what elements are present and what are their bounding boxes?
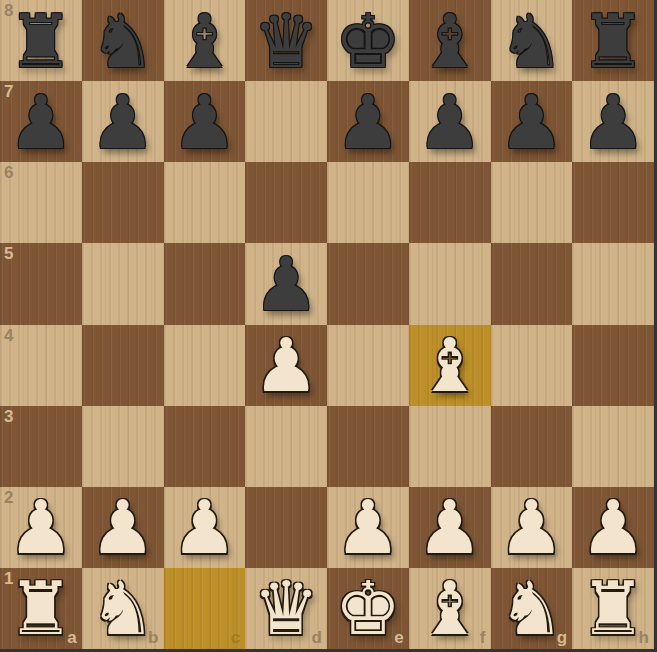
- piece-black-rook[interactable]: ♜: [8, 4, 74, 78]
- piece-black-pawn[interactable]: ♟: [253, 247, 319, 321]
- piece-black-queen[interactable]: ♛: [253, 4, 319, 78]
- square-e5[interactable]: [327, 243, 409, 324]
- piece-white-king[interactable]: ♚: [335, 571, 401, 645]
- piece-black-bishop[interactable]: ♝: [416, 4, 482, 78]
- square-f4[interactable]: ♝: [409, 325, 491, 406]
- piece-black-king[interactable]: ♚: [335, 4, 401, 78]
- piece-black-rook[interactable]: ♜: [580, 4, 646, 78]
- square-b2[interactable]: ♟: [82, 487, 164, 568]
- rank-label-3: 3: [4, 407, 13, 427]
- square-c7[interactable]: ♟: [164, 81, 246, 162]
- file-label-c: c: [231, 628, 240, 648]
- square-e4[interactable]: [327, 325, 409, 406]
- square-g1[interactable]: g♞: [491, 568, 573, 649]
- square-c8[interactable]: ♝: [164, 0, 246, 81]
- piece-black-pawn[interactable]: ♟: [416, 85, 482, 159]
- square-a1[interactable]: 1a♜: [0, 568, 82, 649]
- square-a6[interactable]: 6: [0, 162, 82, 243]
- piece-black-pawn[interactable]: ♟: [8, 85, 74, 159]
- square-h7[interactable]: ♟: [572, 81, 654, 162]
- square-c6[interactable]: [164, 162, 246, 243]
- square-g2[interactable]: ♟: [491, 487, 573, 568]
- piece-white-rook[interactable]: ♜: [580, 571, 646, 645]
- square-b4[interactable]: [82, 325, 164, 406]
- square-a3[interactable]: 3: [0, 406, 82, 487]
- square-c4[interactable]: [164, 325, 246, 406]
- square-g3[interactable]: [491, 406, 573, 487]
- square-b5[interactable]: [82, 243, 164, 324]
- rank-label-4: 4: [4, 326, 13, 346]
- square-e2[interactable]: ♟: [327, 487, 409, 568]
- square-d4[interactable]: ♟: [245, 325, 327, 406]
- square-b1[interactable]: b♞: [82, 568, 164, 649]
- square-a4[interactable]: 4: [0, 325, 82, 406]
- piece-white-pawn[interactable]: ♟: [89, 490, 155, 564]
- square-g6[interactable]: [491, 162, 573, 243]
- piece-white-pawn[interactable]: ♟: [335, 490, 401, 564]
- piece-black-pawn[interactable]: ♟: [89, 85, 155, 159]
- piece-black-pawn[interactable]: ♟: [171, 85, 237, 159]
- piece-white-bishop[interactable]: ♝: [416, 571, 482, 645]
- piece-black-pawn[interactable]: ♟: [498, 85, 564, 159]
- piece-white-knight[interactable]: ♞: [89, 571, 155, 645]
- piece-black-knight[interactable]: ♞: [89, 4, 155, 78]
- square-b7[interactable]: ♟: [82, 81, 164, 162]
- square-b3[interactable]: [82, 406, 164, 487]
- piece-white-pawn[interactable]: ♟: [171, 490, 237, 564]
- square-a7[interactable]: 7♟: [0, 81, 82, 162]
- square-f2[interactable]: ♟: [409, 487, 491, 568]
- rank-label-5: 5: [4, 244, 13, 264]
- square-a2[interactable]: 2♟: [0, 487, 82, 568]
- piece-black-knight[interactable]: ♞: [498, 4, 564, 78]
- piece-black-bishop[interactable]: ♝: [171, 4, 237, 78]
- square-a8[interactable]: 8♜: [0, 0, 82, 81]
- square-g8[interactable]: ♞: [491, 0, 573, 81]
- square-g7[interactable]: ♟: [491, 81, 573, 162]
- piece-white-pawn[interactable]: ♟: [8, 490, 74, 564]
- square-c2[interactable]: ♟: [164, 487, 246, 568]
- square-f6[interactable]: [409, 162, 491, 243]
- rank-label-6: 6: [4, 163, 13, 183]
- piece-white-rook[interactable]: ♜: [8, 571, 74, 645]
- square-d3[interactable]: [245, 406, 327, 487]
- square-d7[interactable]: [245, 81, 327, 162]
- piece-black-pawn[interactable]: ♟: [335, 85, 401, 159]
- square-e7[interactable]: ♟: [327, 81, 409, 162]
- square-h3[interactable]: [572, 406, 654, 487]
- square-e1[interactable]: e♚: [327, 568, 409, 649]
- piece-white-pawn[interactable]: ♟: [416, 490, 482, 564]
- square-h8[interactable]: ♜: [572, 0, 654, 81]
- square-h4[interactable]: [572, 325, 654, 406]
- square-c3[interactable]: [164, 406, 246, 487]
- square-d8[interactable]: ♛: [245, 0, 327, 81]
- piece-white-knight[interactable]: ♞: [498, 571, 564, 645]
- square-h6[interactable]: [572, 162, 654, 243]
- square-e8[interactable]: ♚: [327, 0, 409, 81]
- square-d6[interactable]: [245, 162, 327, 243]
- piece-white-pawn[interactable]: ♟: [580, 490, 646, 564]
- square-h2[interactable]: ♟: [572, 487, 654, 568]
- square-c1[interactable]: c: [164, 568, 246, 649]
- piece-white-bishop[interactable]: ♝: [416, 328, 482, 402]
- square-b8[interactable]: ♞: [82, 0, 164, 81]
- square-d2[interactable]: [245, 487, 327, 568]
- square-e3[interactable]: [327, 406, 409, 487]
- square-f8[interactable]: ♝: [409, 0, 491, 81]
- square-g5[interactable]: [491, 243, 573, 324]
- square-d5[interactable]: ♟: [245, 243, 327, 324]
- square-c5[interactable]: [164, 243, 246, 324]
- square-f3[interactable]: [409, 406, 491, 487]
- square-d1[interactable]: d♛: [245, 568, 327, 649]
- piece-white-queen[interactable]: ♛: [253, 571, 319, 645]
- chess-board: 8♜♞♝♛♚♝♞♜7♟♟♟♟♟♟♟65♟4♟♝32♟♟♟♟♟♟♟1a♜b♞cd♛…: [0, 0, 654, 649]
- square-f7[interactable]: ♟: [409, 81, 491, 162]
- square-h1[interactable]: h♜: [572, 568, 654, 649]
- square-b6[interactable]: [82, 162, 164, 243]
- piece-white-pawn[interactable]: ♟: [498, 490, 564, 564]
- square-f5[interactable]: [409, 243, 491, 324]
- chess-app-background: 8♜♞♝♛♚♝♞♜7♟♟♟♟♟♟♟65♟4♟♝32♟♟♟♟♟♟♟1a♜b♞cd♛…: [0, 0, 657, 652]
- square-g4[interactable]: [491, 325, 573, 406]
- piece-black-pawn[interactable]: ♟: [580, 85, 646, 159]
- square-f1[interactable]: f♝: [409, 568, 491, 649]
- square-h5[interactable]: [572, 243, 654, 324]
- square-a5[interactable]: 5: [0, 243, 82, 324]
- square-e6[interactable]: [327, 162, 409, 243]
- piece-white-pawn[interactable]: ♟: [253, 328, 319, 402]
